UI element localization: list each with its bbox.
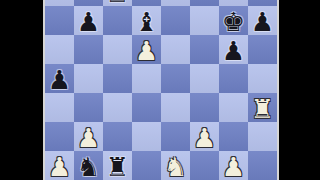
white-pawn: ♟	[48, 154, 71, 180]
black-rook: ♜	[106, 154, 129, 180]
white-pawn: ♟	[77, 125, 100, 151]
chess-board: ♜♟♝♚♟♟♟♟♜♟♟♟♞♜♞♟	[45, 0, 277, 180]
square-d5[interactable]	[132, 64, 161, 93]
video-frame: ♜♟♝♚♟♟♟♟♜♟♟♟♞♜♞♟	[0, 0, 320, 180]
square-h5[interactable]	[248, 64, 277, 93]
white-pawn: ♟	[135, 38, 158, 64]
square-g2[interactable]: ♟	[219, 151, 248, 180]
black-bishop: ♝	[135, 9, 158, 35]
square-e5[interactable]	[161, 64, 190, 93]
square-e4[interactable]	[161, 93, 190, 122]
square-c5[interactable]	[103, 64, 132, 93]
white-pawn: ♟	[193, 125, 216, 151]
square-f5[interactable]	[190, 64, 219, 93]
square-a2[interactable]: ♟	[45, 151, 74, 180]
square-f6[interactable]	[190, 35, 219, 64]
square-g5[interactable]	[219, 64, 248, 93]
square-c4[interactable]	[103, 93, 132, 122]
square-a5[interactable]: ♟	[45, 64, 74, 93]
square-b2[interactable]: ♞	[74, 151, 103, 180]
black-pawn: ♟	[77, 9, 100, 35]
square-c6[interactable]	[103, 35, 132, 64]
square-e3[interactable]	[161, 122, 190, 151]
square-b6[interactable]	[74, 35, 103, 64]
black-knight: ♞	[77, 154, 100, 180]
square-b3[interactable]: ♟	[74, 122, 103, 151]
square-a7[interactable]	[45, 6, 74, 35]
square-a6[interactable]	[45, 35, 74, 64]
square-g6[interactable]: ♟	[219, 35, 248, 64]
square-d2[interactable]	[132, 151, 161, 180]
square-f4[interactable]	[190, 93, 219, 122]
square-d7[interactable]: ♝	[132, 6, 161, 35]
square-a4[interactable]	[45, 93, 74, 122]
square-c2[interactable]: ♜	[103, 151, 132, 180]
square-h7[interactable]: ♟	[248, 6, 277, 35]
square-h4[interactable]: ♜	[248, 93, 277, 122]
square-d3[interactable]	[132, 122, 161, 151]
white-pawn: ♟	[222, 154, 245, 180]
square-b4[interactable]	[74, 93, 103, 122]
black-pawn: ♟	[48, 67, 71, 93]
square-c7[interactable]	[103, 6, 132, 35]
square-d4[interactable]	[132, 93, 161, 122]
square-h6[interactable]	[248, 35, 277, 64]
black-king: ♚	[222, 9, 245, 35]
square-d6[interactable]: ♟	[132, 35, 161, 64]
square-a3[interactable]	[45, 122, 74, 151]
square-g7[interactable]: ♚	[219, 6, 248, 35]
black-rook: ♜	[106, 0, 129, 6]
square-h2[interactable]	[248, 151, 277, 180]
square-e2[interactable]: ♞	[161, 151, 190, 180]
square-f2[interactable]	[190, 151, 219, 180]
square-e6[interactable]	[161, 35, 190, 64]
square-b5[interactable]	[74, 64, 103, 93]
square-e7[interactable]	[161, 6, 190, 35]
square-b7[interactable]: ♟	[74, 6, 103, 35]
square-c3[interactable]	[103, 122, 132, 151]
chess-board-frame: ♜♟♝♚♟♟♟♟♜♟♟♟♞♜♞♟	[43, 0, 279, 180]
square-g3[interactable]	[219, 122, 248, 151]
black-pawn: ♟	[251, 9, 274, 35]
square-f7[interactable]	[190, 6, 219, 35]
black-pawn: ♟	[222, 38, 245, 64]
square-g4[interactable]	[219, 93, 248, 122]
square-h3[interactable]	[248, 122, 277, 151]
square-f3[interactable]: ♟	[190, 122, 219, 151]
white-rook: ♜	[251, 96, 274, 122]
white-knight: ♞	[164, 154, 187, 180]
